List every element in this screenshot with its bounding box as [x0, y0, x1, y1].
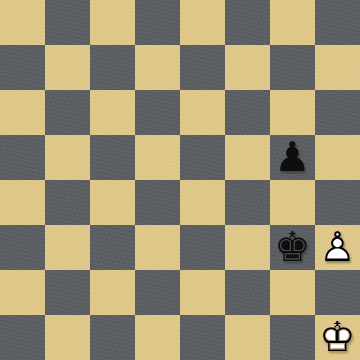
square-c3[interactable] — [90, 225, 135, 270]
square-g2[interactable] — [270, 270, 315, 315]
square-g8[interactable] — [270, 0, 315, 45]
square-e4[interactable] — [180, 180, 225, 225]
square-g6[interactable] — [270, 90, 315, 135]
square-e5[interactable] — [180, 135, 225, 180]
square-h1[interactable]: ♚♔ — [315, 315, 360, 360]
square-h8[interactable] — [315, 0, 360, 45]
square-b6[interactable] — [45, 90, 90, 135]
square-d7[interactable] — [135, 45, 180, 90]
square-c8[interactable] — [90, 0, 135, 45]
square-f8[interactable] — [225, 0, 270, 45]
square-c2[interactable] — [90, 270, 135, 315]
black-king[interactable]: ♚ — [270, 225, 315, 270]
square-a4[interactable] — [0, 180, 45, 225]
square-d8[interactable] — [135, 0, 180, 45]
square-g3[interactable]: ♚ — [270, 225, 315, 270]
square-a6[interactable] — [0, 90, 45, 135]
square-f7[interactable] — [225, 45, 270, 90]
square-g1[interactable] — [270, 315, 315, 360]
square-e7[interactable] — [180, 45, 225, 90]
square-e8[interactable] — [180, 0, 225, 45]
square-a7[interactable] — [0, 45, 45, 90]
square-e2[interactable] — [180, 270, 225, 315]
square-b7[interactable] — [45, 45, 90, 90]
square-b3[interactable] — [45, 225, 90, 270]
king-glyph: ♚ — [270, 225, 315, 270]
square-g4[interactable] — [270, 180, 315, 225]
square-h2[interactable] — [315, 270, 360, 315]
square-h6[interactable] — [315, 90, 360, 135]
square-a2[interactable] — [0, 270, 45, 315]
square-b4[interactable] — [45, 180, 90, 225]
square-f3[interactable] — [225, 225, 270, 270]
square-h7[interactable] — [315, 45, 360, 90]
square-g7[interactable] — [270, 45, 315, 90]
square-f4[interactable] — [225, 180, 270, 225]
king-glyph-outline: ♔ — [315, 315, 360, 360]
square-c7[interactable] — [90, 45, 135, 90]
square-b8[interactable] — [45, 0, 90, 45]
chess-board: ♟♚♟♙♚♔ — [0, 0, 360, 360]
square-e1[interactable] — [180, 315, 225, 360]
square-a3[interactable] — [0, 225, 45, 270]
square-f1[interactable] — [225, 315, 270, 360]
square-g5[interactable]: ♟ — [270, 135, 315, 180]
square-e6[interactable] — [180, 90, 225, 135]
square-d3[interactable] — [135, 225, 180, 270]
square-e3[interactable] — [180, 225, 225, 270]
square-c4[interactable] — [90, 180, 135, 225]
white-pawn[interactable]: ♟♙ — [315, 225, 360, 270]
square-d5[interactable] — [135, 135, 180, 180]
square-f2[interactable] — [225, 270, 270, 315]
black-pawn[interactable]: ♟ — [270, 135, 315, 180]
square-a8[interactable] — [0, 0, 45, 45]
square-d1[interactable] — [135, 315, 180, 360]
square-d4[interactable] — [135, 180, 180, 225]
square-c5[interactable] — [90, 135, 135, 180]
square-d2[interactable] — [135, 270, 180, 315]
square-h3[interactable]: ♟♙ — [315, 225, 360, 270]
square-c6[interactable] — [90, 90, 135, 135]
square-a5[interactable] — [0, 135, 45, 180]
square-b1[interactable] — [45, 315, 90, 360]
square-d6[interactable] — [135, 90, 180, 135]
square-h4[interactable] — [315, 180, 360, 225]
pawn-glyph: ♟ — [270, 135, 315, 180]
square-b2[interactable] — [45, 270, 90, 315]
pawn-glyph-outline: ♙ — [315, 225, 360, 270]
square-f5[interactable] — [225, 135, 270, 180]
square-a1[interactable] — [0, 315, 45, 360]
square-b5[interactable] — [45, 135, 90, 180]
square-c1[interactable] — [90, 315, 135, 360]
square-h5[interactable] — [315, 135, 360, 180]
white-king[interactable]: ♚♔ — [315, 315, 360, 360]
square-f6[interactable] — [225, 90, 270, 135]
